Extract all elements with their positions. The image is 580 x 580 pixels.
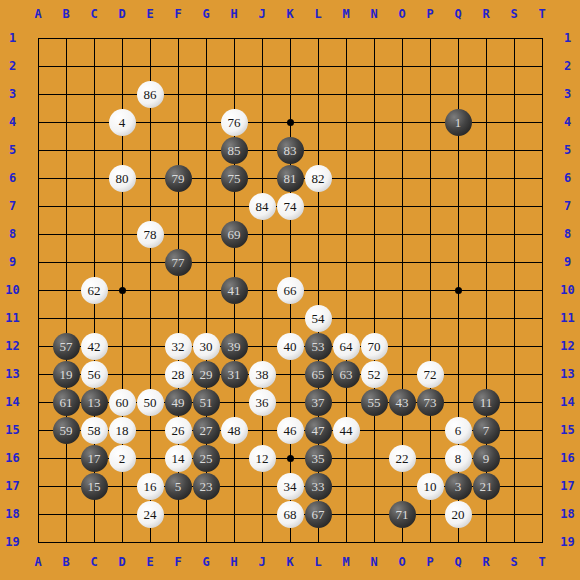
intersection-H15: 48 (220, 416, 248, 444)
col-label-N: N (360, 4, 388, 24)
white-stone-64-M12: 64 (333, 333, 360, 360)
intersection-C12: 42 (80, 332, 108, 360)
black-stone-57-B12: 57 (53, 333, 80, 360)
intersection-L6: 82 (304, 164, 332, 192)
white-stone-52-N13: 52 (361, 361, 388, 388)
col-label-A: A (24, 4, 52, 24)
white-stone-36-J14: 36 (249, 389, 276, 416)
row-label-13: 13 (557, 360, 578, 388)
intersection-C15: 58 (80, 416, 108, 444)
white-stone-24-E18: 24 (137, 501, 164, 528)
black-stone-21-R17: 21 (473, 473, 500, 500)
row-label-1: 1 (557, 24, 578, 52)
white-stone-72-P13: 72 (417, 361, 444, 388)
col-label-F: F (164, 4, 192, 24)
black-stone-63-M13: 63 (333, 361, 360, 388)
row-label-10: 10 (557, 276, 578, 304)
intersection-K12: 40 (276, 332, 304, 360)
hoshi-dot (287, 455, 294, 462)
black-stone-55-N14: 55 (361, 389, 388, 416)
intersection-R17: 21 (472, 472, 500, 500)
white-stone-10-P17: 10 (417, 473, 444, 500)
black-stone-25-G16: 25 (193, 445, 220, 472)
black-stone-23-G17: 23 (193, 473, 220, 500)
black-stone-31-H13: 31 (221, 361, 248, 388)
row-label-14: 14 (2, 388, 23, 416)
black-stone-11-R14: 11 (473, 389, 500, 416)
black-stone-39-H12: 39 (221, 333, 248, 360)
black-stone-73-P14: 73 (417, 389, 444, 416)
white-stone-50-E14: 50 (137, 389, 164, 416)
intersection-H5: 85 (220, 136, 248, 164)
intersection-P13: 72 (416, 360, 444, 388)
intersection-K7: 74 (276, 192, 304, 220)
hoshi-dot (455, 287, 462, 294)
black-stone-3-Q17: 3 (445, 473, 472, 500)
row-label-8: 8 (557, 220, 578, 248)
white-stone-16-E17: 16 (137, 473, 164, 500)
row-label-19: 19 (557, 528, 578, 556)
white-stone-44-M15: 44 (333, 417, 360, 444)
row-label-4: 4 (2, 108, 23, 136)
row-label-3: 3 (557, 80, 578, 108)
white-stone-2-D16: 2 (109, 445, 136, 472)
col-label-C: C (80, 4, 108, 24)
intersection-D6: 80 (108, 164, 136, 192)
intersection-M12: 64 (332, 332, 360, 360)
intersection-L18: 67 (304, 500, 332, 528)
intersection-L15: 47 (304, 416, 332, 444)
white-stone-34-K17: 34 (277, 473, 304, 500)
row-label-15: 15 (2, 416, 23, 444)
black-stone-35-L16: 35 (305, 445, 332, 472)
intersection-H8: 69 (220, 220, 248, 248)
row-label-8: 8 (2, 220, 23, 248)
white-stone-76-H4: 76 (221, 109, 248, 136)
star-point-K4 (276, 108, 304, 136)
column-labels-top: ABCDEFGHJKLMNOPQRST (24, 4, 556, 24)
intersection-O16: 22 (388, 444, 416, 472)
intersection-F12: 32 (164, 332, 192, 360)
row-label-10: 10 (2, 276, 23, 304)
black-stone-75-H6: 75 (221, 165, 248, 192)
intersection-O18: 71 (388, 500, 416, 528)
row-label-6: 6 (2, 164, 23, 192)
row-label-9: 9 (557, 248, 578, 276)
intersection-K18: 68 (276, 500, 304, 528)
white-stone-28-F13: 28 (165, 361, 192, 388)
intersection-B14: 61 (52, 388, 80, 416)
white-stone-54-L11: 54 (305, 305, 332, 332)
col-label-J: J (248, 4, 276, 24)
intersection-D4: 4 (108, 108, 136, 136)
intersection-F16: 14 (164, 444, 192, 472)
white-stone-56-C13: 56 (81, 361, 108, 388)
intersection-E17: 16 (136, 472, 164, 500)
black-stone-77-F9: 77 (165, 249, 192, 276)
intersection-F6: 79 (164, 164, 192, 192)
row-label-7: 7 (2, 192, 23, 220)
intersection-M13: 63 (332, 360, 360, 388)
intersection-L13: 65 (304, 360, 332, 388)
col-label-R: R (472, 4, 500, 24)
intersection-Q4: 1 (444, 108, 472, 136)
intersection-R15: 7 (472, 416, 500, 444)
col-label-G: G (192, 4, 220, 24)
intersection-F14: 49 (164, 388, 192, 416)
intersection-H13: 31 (220, 360, 248, 388)
intersection-G14: 51 (192, 388, 220, 416)
col-label-H: H (220, 4, 248, 24)
row-label-12: 12 (557, 332, 578, 360)
row-label-1: 1 (2, 24, 23, 52)
intersection-G12: 30 (192, 332, 220, 360)
intersection-B15: 59 (52, 416, 80, 444)
intersection-Q15: 6 (444, 416, 472, 444)
intersection-N14: 55 (360, 388, 388, 416)
black-stone-9-R16: 9 (473, 445, 500, 472)
black-stone-71-O18: 71 (389, 501, 416, 528)
row-label-19: 19 (2, 528, 23, 556)
intersection-F9: 77 (164, 248, 192, 276)
black-stone-29-G13: 29 (193, 361, 220, 388)
intersection-E18: 24 (136, 500, 164, 528)
black-stone-1-Q4: 1 (445, 109, 472, 136)
black-stone-17-C16: 17 (81, 445, 108, 472)
intersection-G17: 23 (192, 472, 220, 500)
intersection-F17: 5 (164, 472, 192, 500)
intersection-B12: 57 (52, 332, 80, 360)
intersection-K17: 34 (276, 472, 304, 500)
col-label-Q: Q (444, 4, 472, 24)
star-point-Q10 (444, 276, 472, 304)
white-stone-66-K10: 66 (277, 277, 304, 304)
star-point-K16 (276, 444, 304, 472)
row-label-11: 11 (557, 304, 578, 332)
intersection-F13: 28 (164, 360, 192, 388)
intersection-C16: 17 (80, 444, 108, 472)
col-label-S: S (500, 4, 528, 24)
intersection-O14: 43 (388, 388, 416, 416)
white-stone-26-F15: 26 (165, 417, 192, 444)
black-stone-5-F17: 5 (165, 473, 192, 500)
black-stone-69-H8: 69 (221, 221, 248, 248)
intersection-N13: 52 (360, 360, 388, 388)
row-label-7: 7 (557, 192, 578, 220)
row-label-18: 18 (557, 500, 578, 528)
intersection-J7: 84 (248, 192, 276, 220)
black-stone-47-L15: 47 (305, 417, 332, 444)
white-stone-78-E8: 78 (137, 221, 164, 248)
white-stone-70-N12: 70 (361, 333, 388, 360)
row-labels-left: 12345678910111213141516171819 (2, 24, 23, 556)
col-label-B: B (52, 4, 80, 24)
intersection-Q18: 20 (444, 500, 472, 528)
intersection-P17: 10 (416, 472, 444, 500)
row-label-3: 3 (2, 80, 23, 108)
row-label-17: 17 (2, 472, 23, 500)
row-label-12: 12 (2, 332, 23, 360)
row-labels-right: 12345678910111213141516171819 (557, 24, 578, 556)
intersection-E8: 78 (136, 220, 164, 248)
col-label-E: E (136, 4, 164, 24)
white-stone-60-D14: 60 (109, 389, 136, 416)
intersection-L11: 54 (304, 304, 332, 332)
black-stone-41-H10: 41 (221, 277, 248, 304)
white-stone-48-H15: 48 (221, 417, 248, 444)
intersection-F15: 26 (164, 416, 192, 444)
black-stone-7-R15: 7 (473, 417, 500, 444)
intersection-J13: 38 (248, 360, 276, 388)
row-label-5: 5 (2, 136, 23, 164)
star-point-D10 (108, 276, 136, 304)
white-stone-68-K18: 68 (277, 501, 304, 528)
row-label-18: 18 (2, 500, 23, 528)
row-label-9: 9 (2, 248, 23, 276)
black-stone-53-L12: 53 (305, 333, 332, 360)
intersection-J16: 12 (248, 444, 276, 472)
intersection-Q16: 8 (444, 444, 472, 472)
hoshi-dot (119, 287, 126, 294)
row-label-14: 14 (557, 388, 578, 416)
col-label-T: T (528, 4, 556, 24)
intersection-D14: 60 (108, 388, 136, 416)
row-label-11: 11 (2, 304, 23, 332)
row-label-15: 15 (557, 416, 578, 444)
intersection-G13: 29 (192, 360, 220, 388)
intersection-D16: 2 (108, 444, 136, 472)
row-label-2: 2 (2, 52, 23, 80)
white-stone-6-Q15: 6 (445, 417, 472, 444)
row-label-5: 5 (557, 136, 578, 164)
white-stone-62-C10: 62 (81, 277, 108, 304)
col-label-M: M (332, 4, 360, 24)
white-stone-40-K12: 40 (277, 333, 304, 360)
go-board[interactable]: 1234567891011121314151617181920212223242… (24, 24, 556, 556)
intersection-H6: 75 (220, 164, 248, 192)
black-stone-15-C17: 15 (81, 473, 108, 500)
intersection-J14: 36 (248, 388, 276, 416)
intersection-D15: 18 (108, 416, 136, 444)
white-stone-8-Q16: 8 (445, 445, 472, 472)
intersection-L16: 35 (304, 444, 332, 472)
black-stone-59-B15: 59 (53, 417, 80, 444)
hoshi-dot (287, 119, 294, 126)
intersection-R16: 9 (472, 444, 500, 472)
black-stone-79-F6: 79 (165, 165, 192, 192)
black-stone-85-H5: 85 (221, 137, 248, 164)
white-stone-4-D4: 4 (109, 109, 136, 136)
white-stone-42-C12: 42 (81, 333, 108, 360)
white-stone-30-G12: 30 (193, 333, 220, 360)
black-stone-67-L18: 67 (305, 501, 332, 528)
intersection-C14: 13 (80, 388, 108, 416)
intersection-E14: 50 (136, 388, 164, 416)
intersection-K15: 46 (276, 416, 304, 444)
black-stone-37-L14: 37 (305, 389, 332, 416)
intersection-K10: 66 (276, 276, 304, 304)
black-stone-33-L17: 33 (305, 473, 332, 500)
col-label-L: L (304, 4, 332, 24)
intersection-H4: 76 (220, 108, 248, 136)
intersection-L14: 37 (304, 388, 332, 416)
white-stone-86-E3: 86 (137, 81, 164, 108)
row-label-2: 2 (557, 52, 578, 80)
black-stone-65-L13: 65 (305, 361, 332, 388)
intersection-P14: 73 (416, 388, 444, 416)
row-label-17: 17 (557, 472, 578, 500)
col-label-D: D (108, 4, 136, 24)
black-stone-51-G14: 51 (193, 389, 220, 416)
black-stone-13-C14: 13 (81, 389, 108, 416)
white-stone-20-Q18: 20 (445, 501, 472, 528)
row-label-16: 16 (2, 444, 23, 472)
white-stone-18-D15: 18 (109, 417, 136, 444)
intersection-G15: 27 (192, 416, 220, 444)
intersection-R14: 11 (472, 388, 500, 416)
black-stone-19-B13: 19 (53, 361, 80, 388)
intersection-L12: 53 (304, 332, 332, 360)
white-stone-82-L6: 82 (305, 165, 332, 192)
white-stone-80-D6: 80 (109, 165, 136, 192)
intersection-H10: 41 (220, 276, 248, 304)
row-label-6: 6 (557, 164, 578, 192)
white-stone-14-F16: 14 (165, 445, 192, 472)
black-stone-83-K5: 83 (277, 137, 304, 164)
white-stone-46-K15: 46 (277, 417, 304, 444)
black-stone-49-F14: 49 (165, 389, 192, 416)
white-stone-38-J13: 38 (249, 361, 276, 388)
intersection-Q17: 3 (444, 472, 472, 500)
white-stone-22-O16: 22 (389, 445, 416, 472)
black-stone-81-K6: 81 (277, 165, 304, 192)
intersection-H12: 39 (220, 332, 248, 360)
black-stone-61-B14: 61 (53, 389, 80, 416)
row-label-4: 4 (557, 108, 578, 136)
white-stone-58-C15: 58 (81, 417, 108, 444)
white-stone-12-J16: 12 (249, 445, 276, 472)
white-stone-84-J7: 84 (249, 193, 276, 220)
intersection-L17: 33 (304, 472, 332, 500)
intersection-E3: 86 (136, 80, 164, 108)
col-label-P: P (416, 4, 444, 24)
intersection-M15: 44 (332, 416, 360, 444)
intersection-K5: 83 (276, 136, 304, 164)
intersection-C10: 62 (80, 276, 108, 304)
white-stone-74-K7: 74 (277, 193, 304, 220)
go-kifu-screenshot: ABCDEFGHJKLMNOPQRST ABCDEFGHJKLMNOPQRST … (0, 0, 580, 580)
col-label-O: O (388, 4, 416, 24)
intersection-B13: 19 (52, 360, 80, 388)
row-label-16: 16 (557, 444, 578, 472)
row-label-13: 13 (2, 360, 23, 388)
white-stone-32-F12: 32 (165, 333, 192, 360)
intersection-G16: 25 (192, 444, 220, 472)
intersection-C17: 15 (80, 472, 108, 500)
intersection-N12: 70 (360, 332, 388, 360)
black-stone-43-O14: 43 (389, 389, 416, 416)
intersection-C13: 56 (80, 360, 108, 388)
col-label-K: K (276, 4, 304, 24)
black-stone-27-G15: 27 (193, 417, 220, 444)
intersection-K6: 81 (276, 164, 304, 192)
